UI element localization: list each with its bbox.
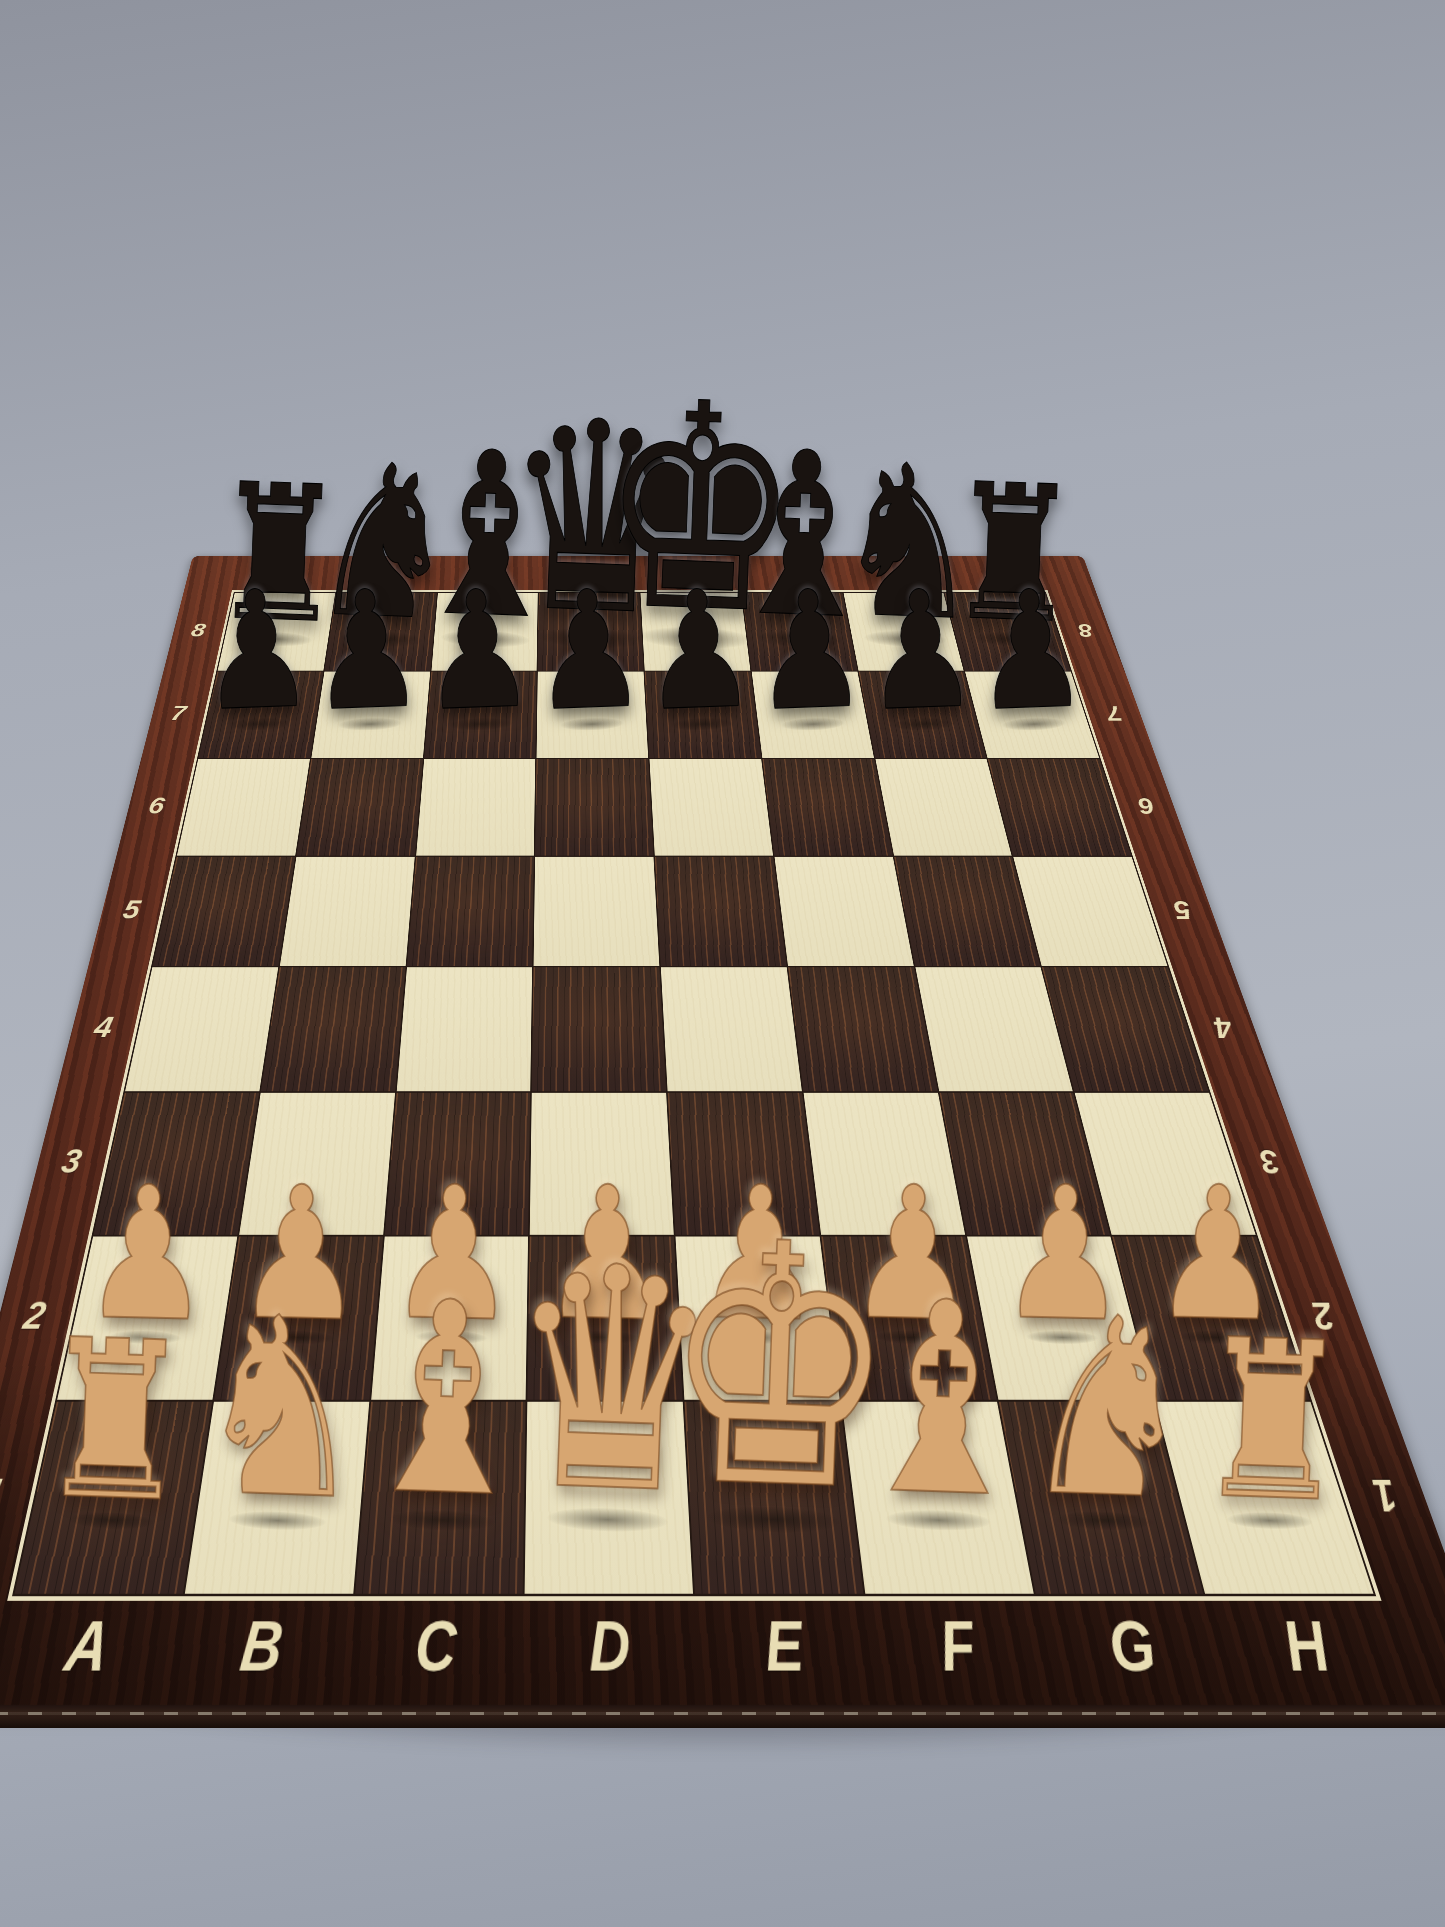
black-pawn-h7[interactable]: ♟ — [972, 567, 1091, 733]
black-pawn-d7[interactable]: ♟ — [529, 567, 648, 733]
white-knight-g1[interactable]: ♞ — [1018, 1282, 1199, 1534]
white-bishop-f1[interactable]: ♝ — [846, 1265, 1040, 1536]
pieces-layer: ♜♞♝♛♚♝♞♜♟♟♟♟♟♟♟♟♟♟♟♟♟♟♟♟♜♞♝♛♚♝♞♜ — [0, 0, 1445, 1927]
white-rook-h1[interactable]: ♜ — [1193, 1310, 1353, 1533]
black-pawn-b7[interactable]: ♟ — [308, 567, 427, 733]
white-knight-b1[interactable]: ♞ — [191, 1282, 372, 1534]
black-pawn-f7[interactable]: ♟ — [751, 567, 870, 733]
black-pawn-c7[interactable]: ♟ — [418, 567, 537, 733]
photo-scene: ABCDEFGH 87654321 87654321 ♜♞♝♛♚♝♞♜♟♟♟♟♟… — [0, 0, 1445, 1927]
white-rook-a1[interactable]: ♜ — [35, 1310, 195, 1533]
black-pawn-g7[interactable]: ♟ — [861, 567, 980, 733]
black-pawn-a7[interactable]: ♟ — [197, 567, 316, 733]
black-pawn-e7[interactable]: ♟ — [640, 567, 759, 733]
